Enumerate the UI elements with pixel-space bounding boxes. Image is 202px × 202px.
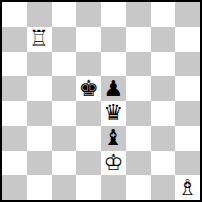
square-b8[interactable] xyxy=(27,2,52,27)
square-b6[interactable] xyxy=(27,52,52,77)
square-b2[interactable] xyxy=(27,151,52,176)
square-f1[interactable] xyxy=(126,175,151,200)
square-d4[interactable] xyxy=(76,101,101,126)
square-a1[interactable] xyxy=(2,175,27,200)
square-d5[interactable]: ♚ xyxy=(76,76,101,101)
square-d8[interactable] xyxy=(76,2,101,27)
square-f5[interactable] xyxy=(126,76,151,101)
square-b1[interactable] xyxy=(27,175,52,200)
square-d7[interactable] xyxy=(76,27,101,52)
square-c8[interactable] xyxy=(52,2,77,27)
square-g4[interactable] xyxy=(151,101,176,126)
chess-board: ♖♚♟♛♝♔♗ xyxy=(0,0,202,202)
square-c1[interactable] xyxy=(52,175,77,200)
square-f6[interactable] xyxy=(126,52,151,77)
square-g8[interactable] xyxy=(151,2,176,27)
square-a4[interactable] xyxy=(2,101,27,126)
square-e3[interactable]: ♝ xyxy=(101,126,126,151)
square-h3[interactable] xyxy=(175,126,200,151)
square-h8[interactable] xyxy=(175,2,200,27)
square-g1[interactable] xyxy=(151,175,176,200)
square-e7[interactable] xyxy=(101,27,126,52)
square-g6[interactable] xyxy=(151,52,176,77)
square-g5[interactable] xyxy=(151,76,176,101)
square-h4[interactable] xyxy=(175,101,200,126)
square-c6[interactable] xyxy=(52,52,77,77)
square-a8[interactable] xyxy=(2,2,27,27)
square-f7[interactable] xyxy=(126,27,151,52)
square-h2[interactable] xyxy=(175,151,200,176)
square-f2[interactable] xyxy=(126,151,151,176)
square-d2[interactable] xyxy=(76,151,101,176)
square-e4[interactable]: ♛ xyxy=(101,101,126,126)
square-a5[interactable] xyxy=(2,76,27,101)
square-g7[interactable] xyxy=(151,27,176,52)
square-e1[interactable] xyxy=(101,175,126,200)
square-f3[interactable] xyxy=(126,126,151,151)
piece-black-queen[interactable]: ♛ xyxy=(104,102,124,124)
square-g2[interactable] xyxy=(151,151,176,176)
square-d1[interactable] xyxy=(76,175,101,200)
square-f8[interactable] xyxy=(126,2,151,27)
square-e5[interactable]: ♟ xyxy=(101,76,126,101)
square-e2[interactable]: ♔ xyxy=(101,151,126,176)
square-c7[interactable] xyxy=(52,27,77,52)
square-b4[interactable] xyxy=(27,101,52,126)
square-d6[interactable] xyxy=(76,52,101,77)
square-h5[interactable] xyxy=(175,76,200,101)
square-b7[interactable]: ♖ xyxy=(27,27,52,52)
square-c5[interactable] xyxy=(52,76,77,101)
piece-white-rook[interactable]: ♖ xyxy=(29,28,49,50)
piece-black-pawn[interactable]: ♟ xyxy=(104,78,124,100)
piece-white-king[interactable]: ♔ xyxy=(104,152,124,174)
square-b5[interactable] xyxy=(27,76,52,101)
square-e6[interactable] xyxy=(101,52,126,77)
square-g3[interactable] xyxy=(151,126,176,151)
piece-black-bishop[interactable]: ♝ xyxy=(104,127,124,149)
square-c2[interactable] xyxy=(52,151,77,176)
square-c3[interactable] xyxy=(52,126,77,151)
square-d3[interactable] xyxy=(76,126,101,151)
square-b3[interactable] xyxy=(27,126,52,151)
square-h6[interactable] xyxy=(175,52,200,77)
square-e8[interactable] xyxy=(101,2,126,27)
square-h7[interactable] xyxy=(175,27,200,52)
square-a2[interactable] xyxy=(2,151,27,176)
square-h1[interactable]: ♗ xyxy=(175,175,200,200)
square-f4[interactable] xyxy=(126,101,151,126)
square-a3[interactable] xyxy=(2,126,27,151)
square-a6[interactable] xyxy=(2,52,27,77)
piece-white-bishop[interactable]: ♗ xyxy=(178,177,198,199)
square-c4[interactable] xyxy=(52,101,77,126)
square-a7[interactable] xyxy=(2,27,27,52)
piece-black-king[interactable]: ♚ xyxy=(79,78,99,100)
